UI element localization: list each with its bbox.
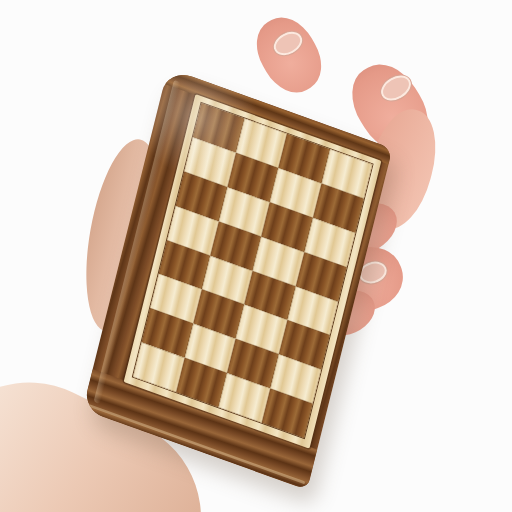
photo-scene: [0, 0, 512, 512]
